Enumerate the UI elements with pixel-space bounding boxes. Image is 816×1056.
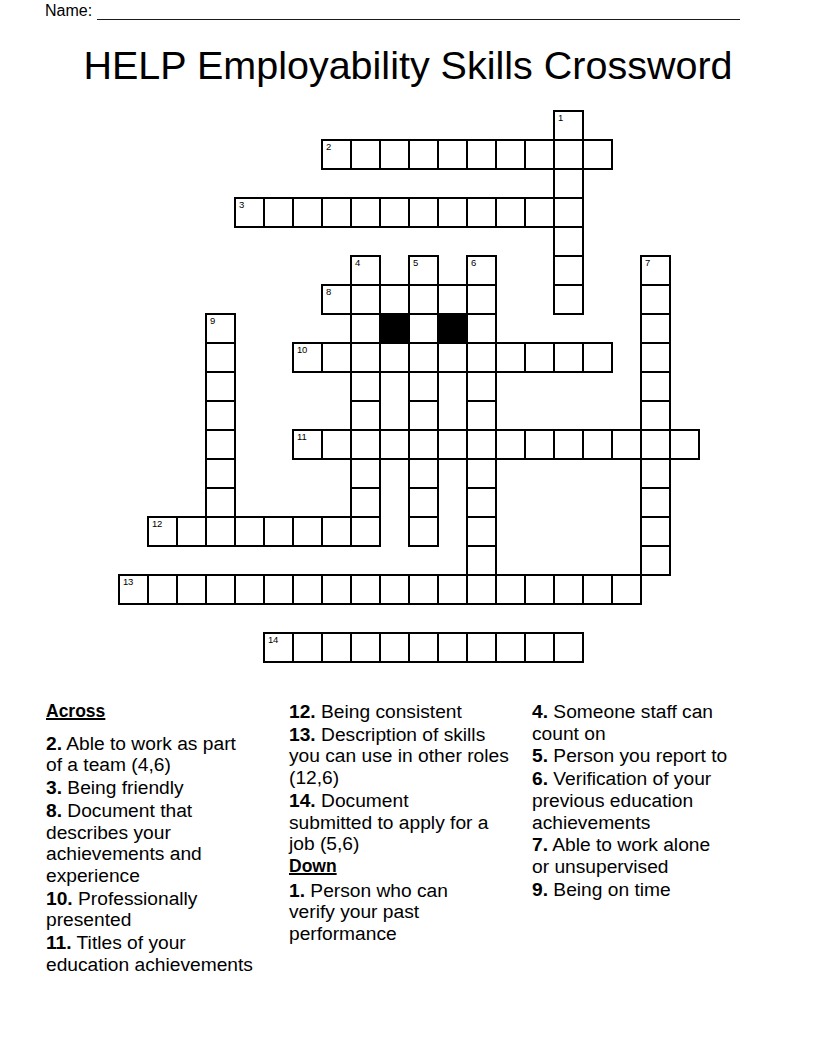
cell-14-5[interactable] xyxy=(263,516,294,547)
cell-3-12[interactable] xyxy=(466,197,497,228)
cell-5-15[interactable] xyxy=(553,255,584,286)
cell-13-12[interactable] xyxy=(466,487,497,518)
cell-16-7[interactable] xyxy=(321,574,352,605)
clue-down-7: 7. Able to work alone or unsupervised xyxy=(532,834,760,877)
clue-down-4: 4. Someone staff can count on xyxy=(532,701,760,744)
clue-text-down-9: Being on time xyxy=(548,879,671,900)
clue-across-8: 8. Document that describes your achievem… xyxy=(46,800,274,887)
cell-number-5: 5 xyxy=(413,257,418,268)
cell-number-13: 13 xyxy=(123,576,133,587)
clue-column-1: Across2. Able to work as part of a team … xyxy=(46,701,274,976)
cell-13-10[interactable] xyxy=(408,487,439,518)
cell-16-9[interactable] xyxy=(379,574,410,605)
cell-9-8[interactable] xyxy=(350,371,381,402)
cell-16-16[interactable] xyxy=(582,574,613,605)
cell-16-15[interactable] xyxy=(553,574,584,605)
cell-18-10[interactable] xyxy=(408,632,439,663)
cell-7-18[interactable] xyxy=(640,313,671,344)
cell-18-13[interactable] xyxy=(495,632,526,663)
cell-11-11[interactable] xyxy=(437,429,468,460)
cell-number-7: 7 xyxy=(645,257,650,268)
cell-9-10[interactable] xyxy=(408,371,439,402)
cell-6-7[interactable]: 8 xyxy=(321,284,352,315)
cell-14-18[interactable] xyxy=(640,516,671,547)
clue-across-13: 13. Description of skills you can use in… xyxy=(289,724,529,789)
clue-across-12: 12. Being consistent xyxy=(289,701,529,723)
clue-number-across-8: 8. xyxy=(46,800,62,821)
cell-number-4: 4 xyxy=(355,257,360,268)
cell-14-8[interactable] xyxy=(350,516,381,547)
cell-10-12[interactable] xyxy=(466,400,497,431)
cell-18-11[interactable] xyxy=(437,632,468,663)
cell-16-8[interactable] xyxy=(350,574,381,605)
clue-text-across-11: Titles of your education achievements xyxy=(46,932,253,975)
clue-number-across-13: 13. xyxy=(289,724,316,745)
black-cell-7-9 xyxy=(379,313,410,344)
cell-number-8: 8 xyxy=(326,286,331,297)
cell-11-8[interactable] xyxy=(350,429,381,460)
cell-15-12[interactable] xyxy=(466,545,497,576)
worksheet-page: { "page": { "name_label": "Name:", "titl… xyxy=(0,0,816,1056)
crossword-grid: 1234567891011121314 xyxy=(0,0,816,700)
cell-18-8[interactable] xyxy=(350,632,381,663)
cell-16-14[interactable] xyxy=(524,574,555,605)
cell-10-18[interactable] xyxy=(640,400,671,431)
cell-16-12[interactable] xyxy=(466,574,497,605)
cell-14-2[interactable] xyxy=(176,516,207,547)
cell-18-14[interactable] xyxy=(524,632,555,663)
clue-number-down-4: 4. xyxy=(532,701,548,722)
cell-11-15[interactable] xyxy=(553,429,584,460)
cell-1-11[interactable] xyxy=(437,139,468,170)
cell-8-7[interactable] xyxy=(321,342,352,373)
cell-2-15[interactable] xyxy=(553,168,584,199)
cell-number-10: 10 xyxy=(297,344,307,355)
cell-5-18[interactable]: 7 xyxy=(640,255,671,286)
clue-text-down-7: Able to work alone or unsupervised xyxy=(532,834,710,877)
cell-6-12[interactable] xyxy=(466,284,497,315)
cell-3-11[interactable] xyxy=(437,197,468,228)
clue-across-10: 10. Professionally presented xyxy=(46,888,274,931)
cell-5-8[interactable]: 4 xyxy=(350,255,381,286)
cell-7-10[interactable] xyxy=(408,313,439,344)
cell-3-14[interactable] xyxy=(524,197,555,228)
cell-16-2[interactable] xyxy=(176,574,207,605)
cell-6-10[interactable] xyxy=(408,284,439,315)
clue-number-across-10: 10. xyxy=(46,888,73,909)
clue-column-3: 4. Someone staff can count on5. Person y… xyxy=(532,701,760,901)
cell-16-13[interactable] xyxy=(495,574,526,605)
cell-14-10[interactable] xyxy=(408,516,439,547)
cell-11-16[interactable] xyxy=(582,429,613,460)
cell-16-4[interactable] xyxy=(234,574,265,605)
clue-text-across-13: Description of skills you can use in oth… xyxy=(289,724,509,788)
cell-11-12[interactable] xyxy=(466,429,497,460)
clue-down-5: 5. Person you report to xyxy=(532,745,760,767)
cell-12-18[interactable] xyxy=(640,458,671,489)
cell-8-12[interactable] xyxy=(466,342,497,373)
clue-number-down-5: 5. xyxy=(532,745,548,766)
cell-18-6[interactable] xyxy=(292,632,323,663)
clue-heading-down: Down xyxy=(289,856,529,878)
cell-6-15[interactable] xyxy=(553,284,584,315)
cell-14-1[interactable]: 12 xyxy=(147,516,178,547)
cell-number-1: 1 xyxy=(558,112,563,123)
cell-8-10[interactable] xyxy=(408,342,439,373)
clue-across-14: 14. Document submitted to apply for a jo… xyxy=(289,790,529,855)
cell-14-4[interactable] xyxy=(234,516,265,547)
cell-4-15[interactable] xyxy=(553,226,584,257)
cell-11-3[interactable] xyxy=(205,429,236,460)
cell-number-3: 3 xyxy=(239,199,244,210)
clue-text-across-8: Document that describes your achievement… xyxy=(46,800,202,886)
cell-11-9[interactable] xyxy=(379,429,410,460)
cell-14-7[interactable] xyxy=(321,516,352,547)
cell-18-15[interactable] xyxy=(553,632,584,663)
cell-number-12: 12 xyxy=(152,518,162,529)
cell-14-6[interactable] xyxy=(292,516,323,547)
cell-13-3[interactable] xyxy=(205,487,236,518)
cell-number-6: 6 xyxy=(471,257,476,268)
clue-down-6: 6. Verification of your previous educati… xyxy=(532,768,760,833)
cell-16-0[interactable]: 13 xyxy=(118,574,149,605)
cell-8-14[interactable] xyxy=(524,342,555,373)
clue-across-3: 3. Being friendly xyxy=(46,777,274,799)
cell-16-17[interactable] xyxy=(611,574,642,605)
cell-7-12[interactable] xyxy=(466,313,497,344)
cell-0-15[interactable]: 1 xyxy=(553,110,584,141)
cell-8-13[interactable] xyxy=(495,342,526,373)
cell-6-18[interactable] xyxy=(640,284,671,315)
cell-3-4[interactable]: 3 xyxy=(234,197,265,228)
cell-11-14[interactable] xyxy=(524,429,555,460)
clue-number-down-9: 9. xyxy=(532,879,548,900)
cell-12-8[interactable] xyxy=(350,458,381,489)
cell-9-18[interactable] xyxy=(640,371,671,402)
cell-16-1[interactable] xyxy=(147,574,178,605)
cell-11-6[interactable]: 11 xyxy=(292,429,323,460)
cell-18-5[interactable]: 14 xyxy=(263,632,294,663)
clue-number-across-14: 14. xyxy=(289,790,316,811)
clue-text-down-1: Person who can verify your past performa… xyxy=(289,880,448,944)
cell-18-12[interactable] xyxy=(466,632,497,663)
cell-16-10[interactable] xyxy=(408,574,439,605)
cell-3-15[interactable] xyxy=(553,197,584,228)
cell-3-9[interactable] xyxy=(379,197,410,228)
cell-3-6[interactable] xyxy=(292,197,323,228)
cell-8-16[interactable] xyxy=(582,342,613,373)
cell-1-7[interactable]: 2 xyxy=(321,139,352,170)
cell-12-10[interactable] xyxy=(408,458,439,489)
cell-8-3[interactable] xyxy=(205,342,236,373)
cell-1-16[interactable] xyxy=(582,139,613,170)
clue-across-2: 2. Able to work as part of a team (4,6) xyxy=(46,733,274,776)
cell-number-2: 2 xyxy=(326,141,331,152)
cell-8-11[interactable] xyxy=(437,342,468,373)
cell-number-9: 9 xyxy=(210,315,215,326)
clue-number-across-12: 12. xyxy=(289,701,316,722)
cell-7-8[interactable] xyxy=(350,313,381,344)
cell-11-7[interactable] xyxy=(321,429,352,460)
cell-1-13[interactable] xyxy=(495,139,526,170)
cell-5-12[interactable]: 6 xyxy=(466,255,497,286)
cell-3-5[interactable] xyxy=(263,197,294,228)
cell-1-8[interactable] xyxy=(350,139,381,170)
cell-3-13[interactable] xyxy=(495,197,526,228)
cell-15-18[interactable] xyxy=(640,545,671,576)
cell-12-12[interactable] xyxy=(466,458,497,489)
cell-16-6[interactable] xyxy=(292,574,323,605)
cell-3-10[interactable] xyxy=(408,197,439,228)
clue-number-across-11: 11. xyxy=(46,932,72,953)
cell-3-7[interactable] xyxy=(321,197,352,228)
clue-number-down-6: 6. xyxy=(532,768,548,789)
cell-6-11[interactable] xyxy=(437,284,468,315)
clue-number-down-1: 1. xyxy=(289,880,305,901)
cell-18-7[interactable] xyxy=(321,632,352,663)
cell-10-3[interactable] xyxy=(205,400,236,431)
clue-column-2: 12. Being consistent13. Description of s… xyxy=(289,701,529,946)
cell-5-10[interactable]: 5 xyxy=(408,255,439,286)
cell-11-17[interactable] xyxy=(611,429,642,460)
cell-14-3[interactable] xyxy=(205,516,236,547)
cell-6-8[interactable] xyxy=(350,284,381,315)
cell-11-18[interactable] xyxy=(640,429,671,460)
cell-11-10[interactable] xyxy=(408,429,439,460)
clue-across-11: 11. Titles of your education achievement… xyxy=(46,932,274,975)
cell-16-3[interactable] xyxy=(205,574,236,605)
cell-8-9[interactable] xyxy=(379,342,410,373)
cell-number-11: 11 xyxy=(297,431,306,442)
cell-13-18[interactable] xyxy=(640,487,671,518)
clue-number-across-2: 2. xyxy=(46,733,62,754)
cell-14-12[interactable] xyxy=(466,516,497,547)
cell-7-3[interactable]: 9 xyxy=(205,313,236,344)
cell-8-18[interactable] xyxy=(640,342,671,373)
clue-text-across-14: Document submitted to apply for a job (5… xyxy=(289,790,488,854)
cell-11-13[interactable] xyxy=(495,429,526,460)
clue-down-9: 9. Being on time xyxy=(532,879,760,901)
clue-heading-across: Across xyxy=(46,701,274,723)
black-cell-7-11 xyxy=(437,313,468,344)
cell-10-8[interactable] xyxy=(350,400,381,431)
clue-number-across-3: 3. xyxy=(46,777,62,798)
cell-1-9[interactable] xyxy=(379,139,410,170)
cell-11-19[interactable] xyxy=(669,429,700,460)
clue-text-down-4: Someone staff can count on xyxy=(532,701,713,744)
cell-16-5[interactable] xyxy=(263,574,294,605)
cell-1-15[interactable] xyxy=(553,139,584,170)
cell-1-10[interactable] xyxy=(408,139,439,170)
cell-13-8[interactable] xyxy=(350,487,381,518)
clue-number-down-7: 7. xyxy=(532,834,548,855)
cell-number-14: 14 xyxy=(268,634,278,645)
cell-3-8[interactable] xyxy=(350,197,381,228)
clue-down-1: 1. Person who can verify your past perfo… xyxy=(289,880,529,945)
clue-text-down-6: Verification of your previous education … xyxy=(532,768,711,832)
cell-1-14[interactable] xyxy=(524,139,555,170)
cell-16-11[interactable] xyxy=(437,574,468,605)
cell-8-6[interactable]: 10 xyxy=(292,342,323,373)
cell-8-8[interactable] xyxy=(350,342,381,373)
clue-text-across-3: Being friendly xyxy=(62,777,184,798)
cell-9-12[interactable] xyxy=(466,371,497,402)
clue-text-across-12: Being consistent xyxy=(316,701,462,722)
cell-12-3[interactable] xyxy=(205,458,236,489)
cell-1-12[interactable] xyxy=(466,139,497,170)
cell-18-9[interactable] xyxy=(379,632,410,663)
cell-9-3[interactable] xyxy=(205,371,236,402)
clue-text-across-2: Able to work as part of a team (4,6) xyxy=(46,733,236,776)
cell-10-10[interactable] xyxy=(408,400,439,431)
cell-8-15[interactable] xyxy=(553,342,584,373)
clue-text-down-5: Person you report to xyxy=(548,745,727,766)
cell-6-9[interactable] xyxy=(379,284,410,315)
